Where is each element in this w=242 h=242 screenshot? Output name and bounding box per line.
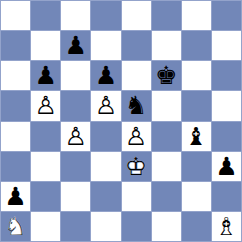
black-piece-glyph: ♟	[212, 152, 241, 181]
square-h3[interactable]: ♟	[212, 152, 241, 181]
white-pawn[interactable]: ♟♙	[31, 91, 60, 120]
square-a5[interactable]	[1, 91, 30, 120]
square-b1[interactable]	[31, 212, 60, 241]
square-b5[interactable]: ♟♙	[31, 91, 60, 120]
square-b2[interactable]	[31, 182, 60, 211]
square-d7[interactable]	[91, 31, 120, 60]
square-f5[interactable]	[152, 91, 181, 120]
square-c6[interactable]	[61, 61, 90, 90]
square-f7[interactable]	[152, 31, 181, 60]
square-a6[interactable]	[1, 61, 30, 90]
square-h1[interactable]: ♝♗	[212, 212, 241, 241]
white-piece-outline: ♙	[122, 122, 151, 151]
square-c5[interactable]	[61, 91, 90, 120]
square-a3[interactable]	[1, 152, 30, 181]
square-e4[interactable]: ♟♙	[122, 122, 151, 151]
white-knight[interactable]: ♞♘	[1, 212, 30, 241]
white-pawn[interactable]: ♟♙	[122, 122, 151, 151]
white-king[interactable]: ♚♔	[122, 152, 151, 181]
chess-board: ♟♟♟♚♟♙♟♙♞♟♙♟♙♝♚♔♟♟♞♘♝♗	[0, 0, 242, 242]
square-e3[interactable]: ♚♔	[122, 152, 151, 181]
black-pawn[interactable]: ♟	[31, 61, 60, 90]
black-pawn[interactable]: ♟	[212, 152, 241, 181]
square-b6[interactable]: ♟	[31, 61, 60, 90]
square-e7[interactable]	[122, 31, 151, 60]
white-pawn[interactable]: ♟♙	[61, 122, 90, 151]
square-e1[interactable]	[122, 212, 151, 241]
black-king[interactable]: ♚	[152, 61, 181, 90]
square-g2[interactable]	[182, 182, 211, 211]
square-h6[interactable]	[212, 61, 241, 90]
square-c7[interactable]: ♟	[61, 31, 90, 60]
square-d5[interactable]: ♟♙	[91, 91, 120, 120]
square-a2[interactable]: ♟	[1, 182, 30, 211]
square-f6[interactable]: ♚	[152, 61, 181, 90]
square-a1[interactable]: ♞♘	[1, 212, 30, 241]
black-knight[interactable]: ♞	[122, 91, 151, 120]
square-b8[interactable]	[31, 1, 60, 30]
square-b4[interactable]	[31, 122, 60, 151]
square-g6[interactable]	[182, 61, 211, 90]
square-d8[interactable]	[91, 1, 120, 30]
square-a4[interactable]	[1, 122, 30, 151]
black-piece-glyph: ♟	[61, 31, 90, 60]
black-piece-glyph: ♚	[152, 61, 181, 90]
square-c3[interactable]	[61, 152, 90, 181]
white-piece-outline: ♘	[1, 212, 30, 241]
square-b3[interactable]	[31, 152, 60, 181]
square-b7[interactable]	[31, 31, 60, 60]
black-piece-glyph: ♟	[91, 61, 120, 90]
black-pawn[interactable]: ♟	[1, 182, 30, 211]
black-pawn[interactable]: ♟	[61, 31, 90, 60]
square-c2[interactable]	[61, 182, 90, 211]
square-g3[interactable]	[182, 152, 211, 181]
white-piece-outline: ♙	[61, 122, 90, 151]
square-f2[interactable]	[152, 182, 181, 211]
square-h8[interactable]	[212, 1, 241, 30]
square-a8[interactable]	[1, 1, 30, 30]
square-h2[interactable]	[212, 182, 241, 211]
white-piece-outline: ♙	[31, 91, 60, 120]
black-piece-glyph: ♟	[1, 182, 30, 211]
black-pawn[interactable]: ♟	[91, 61, 120, 90]
black-bishop[interactable]: ♝	[182, 122, 211, 151]
square-e6[interactable]	[122, 61, 151, 90]
black-piece-glyph: ♟	[31, 61, 60, 90]
black-piece-glyph: ♞	[122, 91, 151, 120]
white-piece-outline: ♙	[91, 91, 120, 120]
square-h4[interactable]	[212, 122, 241, 151]
square-f1[interactable]	[152, 212, 181, 241]
square-f8[interactable]	[152, 1, 181, 30]
square-d2[interactable]	[91, 182, 120, 211]
square-g5[interactable]	[182, 91, 211, 120]
square-f3[interactable]	[152, 152, 181, 181]
square-c4[interactable]: ♟♙	[61, 122, 90, 151]
square-a7[interactable]	[1, 31, 30, 60]
square-f4[interactable]	[152, 122, 181, 151]
square-d1[interactable]	[91, 212, 120, 241]
square-d4[interactable]	[91, 122, 120, 151]
square-c1[interactable]	[61, 212, 90, 241]
square-h7[interactable]	[212, 31, 241, 60]
white-pawn[interactable]: ♟♙	[91, 91, 120, 120]
square-e8[interactable]	[122, 1, 151, 30]
square-c8[interactable]	[61, 1, 90, 30]
square-e2[interactable]	[122, 182, 151, 211]
white-bishop[interactable]: ♝♗	[212, 212, 241, 241]
square-e5[interactable]: ♞	[122, 91, 151, 120]
black-piece-glyph: ♝	[182, 122, 211, 151]
white-piece-outline: ♔	[122, 152, 151, 181]
white-piece-outline: ♗	[212, 212, 241, 241]
square-d6[interactable]: ♟	[91, 61, 120, 90]
square-h5[interactable]	[212, 91, 241, 120]
square-g8[interactable]	[182, 1, 211, 30]
square-g1[interactable]	[182, 212, 211, 241]
square-g4[interactable]: ♝	[182, 122, 211, 151]
square-d3[interactable]	[91, 152, 120, 181]
square-g7[interactable]	[182, 31, 211, 60]
